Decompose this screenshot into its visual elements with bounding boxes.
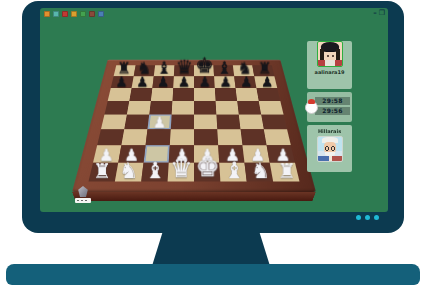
square-a5[interactable] — [104, 101, 129, 115]
square-h7[interactable]: ♟ — [254, 76, 277, 88]
white-queen[interactable]: ♛ — [169, 157, 192, 181]
square-e5[interactable] — [194, 101, 216, 115]
square-e3[interactable] — [194, 129, 218, 145]
square-h6[interactable] — [256, 88, 280, 101]
square-e1[interactable]: ♚ — [194, 163, 220, 182]
square-c7[interactable]: ♟ — [152, 76, 174, 88]
square-g1[interactable]: ♞ — [244, 163, 273, 182]
black-pawn[interactable]: ♟ — [115, 75, 127, 88]
square-a6[interactable] — [108, 88, 132, 101]
clock-card: 29:58 29:56 — [307, 92, 352, 122]
maximize-button[interactable]: ❐ — [379, 8, 385, 18]
white-king[interactable]: ♚ — [195, 156, 220, 182]
square-e4[interactable] — [194, 115, 217, 130]
square-d5[interactable] — [172, 101, 194, 115]
player-card[interactable]: Hillarais — [307, 125, 352, 172]
eyes-graphic — [327, 55, 329, 57]
square-g5[interactable] — [237, 101, 261, 115]
square-g6[interactable] — [236, 88, 259, 101]
square-c1[interactable]: ♝ — [141, 163, 169, 182]
shortcut-icon — [77, 186, 89, 197]
square-b7[interactable]: ♟ — [132, 76, 154, 88]
square-e6[interactable] — [194, 88, 216, 101]
opponent-avatar — [317, 41, 343, 67]
square-f4[interactable] — [216, 115, 240, 130]
board-frame: ♜♞♝♛♚♝♞♜♟♟♟♟♟♟♟♟♟♟♟♟♟♟♟♟♜♞♝♛♚♝♞♜ — [72, 60, 316, 192]
square-h5[interactable] — [259, 101, 284, 115]
black-pawn[interactable]: ♟ — [240, 75, 252, 88]
opponent-clock: 29:58 — [315, 97, 350, 105]
white-bishop[interactable]: ♝ — [223, 160, 243, 181]
square-f5[interactable] — [216, 101, 239, 115]
opponent-name: aalinara19 — [307, 69, 352, 75]
bezel-dot — [356, 215, 361, 220]
glasses-graphic — [324, 146, 336, 151]
square-f1[interactable]: ♝ — [219, 163, 247, 182]
square-f6[interactable] — [215, 88, 237, 101]
black-pawn[interactable]: ♟ — [261, 75, 273, 88]
square-a7[interactable]: ♟ — [111, 76, 134, 88]
illustration-canvas: – ❐ ♜♞♝♛♚♝♞♜♟♟♟♟♟♟♟♟♟♟♟♟♟♟♟♟♜♞♝♛♚♝♞♜ — [0, 0, 426, 285]
player-clock: 29:56 — [315, 107, 350, 115]
player-name: Hillarais — [307, 125, 352, 134]
square-b6[interactable] — [129, 88, 152, 101]
square-d6[interactable] — [172, 88, 194, 101]
square-g3[interactable] — [241, 129, 267, 145]
square-b1[interactable]: ♞ — [115, 163, 144, 182]
white-knight[interactable]: ♞ — [250, 161, 269, 181]
square-f3[interactable] — [217, 129, 242, 145]
white-rook[interactable]: ♜ — [92, 162, 110, 181]
white-rook[interactable]: ♜ — [277, 162, 295, 181]
square-d7[interactable]: ♟ — [173, 76, 194, 88]
black-pawn[interactable]: ♟ — [136, 75, 148, 88]
square-c6[interactable] — [151, 88, 173, 101]
alarm-clock-icon — [305, 101, 318, 114]
white-knight[interactable]: ♞ — [118, 161, 137, 181]
square-b3[interactable] — [121, 129, 147, 145]
player-avatar — [317, 136, 343, 162]
square-g4[interactable] — [239, 115, 264, 130]
opponent-card[interactable]: aalinara19 — [307, 41, 352, 89]
square-b5[interactable] — [127, 101, 151, 115]
app-screen: – ❐ ♜♞♝♛♚♝♞♜♟♟♟♟♟♟♟♟♟♟♟♟♟♟♟♟♜♞♝♛♚♝♞♜ — [40, 8, 388, 212]
chess-board: ♜♞♝♛♚♝♞♜♟♟♟♟♟♟♟♟♟♟♟♟♟♟♟♟♜♞♝♛♚♝♞♜ — [72, 12, 316, 208]
square-e7[interactable]: ♟ — [194, 76, 215, 88]
square-d4[interactable] — [171, 115, 194, 130]
desktop-shortcut[interactable] — [74, 186, 92, 203]
monitor-bezel: – ❐ ♜♞♝♛♚♝♞♜♟♟♟♟♟♟♟♟♟♟♟♟♟♟♟♟♜♞♝♛♚♝♞♜ — [22, 1, 404, 233]
square-c4[interactable]: ♟ — [147, 115, 171, 130]
window-controls: – ❐ — [373, 8, 385, 18]
toolbar-icon-2[interactable] — [53, 11, 59, 17]
bezel-dot — [365, 215, 370, 220]
monitor-stand-neck — [152, 232, 270, 266]
minimize-button[interactable]: – — [373, 8, 377, 18]
square-h3[interactable] — [264, 129, 291, 145]
shortcut-label — [75, 198, 91, 203]
sidebar: aalinara19 29:58 29:56 Hillarais — [307, 38, 352, 172]
square-b4[interactable] — [124, 115, 149, 130]
square-a4[interactable] — [101, 115, 127, 130]
black-pawn[interactable]: ♟ — [157, 75, 169, 88]
board-grid: ♜♞♝♛♚♝♞♜♟♟♟♟♟♟♟♟♟♟♟♟♟♟♟♟♜♞♝♛♚♝♞♜ — [88, 65, 299, 181]
black-pawn[interactable]: ♟ — [219, 75, 231, 88]
bezel-dot — [374, 215, 379, 220]
black-pawn[interactable]: ♟ — [198, 75, 210, 88]
square-h4[interactable] — [261, 115, 287, 130]
square-a1[interactable]: ♜ — [88, 163, 118, 182]
square-f7[interactable]: ♟ — [214, 76, 236, 88]
shirt-graphic — [318, 156, 342, 161]
square-d3[interactable] — [170, 129, 194, 145]
square-a3[interactable] — [97, 129, 124, 145]
square-c3[interactable] — [146, 129, 171, 145]
white-pawn[interactable]: ♟ — [152, 115, 166, 130]
toolbar-icon-1[interactable] — [44, 11, 50, 17]
monitor-stand-base — [6, 264, 420, 285]
toolbar-icon-3[interactable] — [62, 11, 68, 17]
square-h1[interactable]: ♜ — [270, 163, 300, 182]
white-bishop[interactable]: ♝ — [144, 160, 164, 181]
shirt-graphic — [318, 60, 342, 66]
square-g7[interactable]: ♟ — [234, 76, 256, 88]
black-pawn[interactable]: ♟ — [177, 75, 189, 88]
bezel-dots — [356, 215, 379, 220]
square-d1[interactable]: ♛ — [168, 163, 194, 182]
